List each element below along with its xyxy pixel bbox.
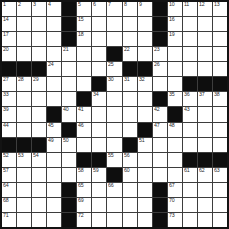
black-cell	[92, 153, 106, 167]
crossword-cell[interactable]	[47, 47, 61, 61]
crossword-cell[interactable]: 12	[198, 2, 212, 16]
crossword-cell[interactable]	[32, 183, 46, 197]
crossword-cell[interactable]: 39	[2, 107, 16, 121]
crossword-cell[interactable]	[17, 32, 31, 46]
black-cell	[62, 213, 76, 227]
crossword-cell[interactable]: 13	[213, 2, 227, 16]
clue-number: 17	[3, 32, 8, 38]
crossword-cell[interactable]	[213, 62, 227, 76]
crossword-cell[interactable]: 10	[168, 2, 182, 16]
crossword-cell[interactable]	[32, 123, 46, 137]
clue-number: 45	[48, 123, 53, 129]
crossword-cell[interactable]	[168, 138, 182, 152]
crossword-cell[interactable]	[138, 168, 152, 182]
crossword-cell[interactable]: 62	[198, 168, 212, 182]
crossword-cell[interactable]	[47, 183, 61, 197]
crossword-cell[interactable]	[183, 47, 197, 61]
crossword-cell[interactable]	[17, 198, 31, 212]
crossword-cell[interactable]: 63	[213, 168, 227, 182]
clue-number: 54	[33, 153, 38, 159]
crossword-cell[interactable]	[47, 168, 61, 182]
crossword-cell[interactable]: 49	[47, 138, 61, 152]
crossword-cell[interactable]	[213, 32, 227, 46]
clue-number: 56	[124, 153, 129, 159]
crossword-cell[interactable]	[168, 153, 182, 167]
clue-number: 31	[124, 77, 129, 83]
clue-number: 2	[18, 2, 21, 8]
clue-number: 6	[93, 2, 96, 8]
black-cell	[153, 17, 167, 31]
crossword-cell[interactable]: 46	[77, 123, 91, 137]
crossword-cell[interactable]	[17, 213, 31, 227]
crossword-cell[interactable]	[183, 62, 197, 76]
crossword-cell[interactable]	[17, 168, 31, 182]
crossword-cell[interactable]: 41	[77, 107, 91, 121]
black-cell	[153, 183, 167, 197]
clue-number: 67	[169, 183, 174, 189]
clue-number: 37	[199, 92, 204, 98]
crossword-cell[interactable]: 69	[77, 198, 91, 212]
crossword-cell[interactable]	[62, 62, 76, 76]
crossword-cell[interactable]: 48	[168, 123, 182, 137]
crossword-cell[interactable]	[213, 138, 227, 152]
crossword-cell[interactable]	[213, 17, 227, 31]
clue-number: 52	[3, 153, 8, 159]
crossword-cell[interactable]: 18	[77, 32, 91, 46]
clue-number: 25	[108, 62, 113, 68]
clue-number: 41	[78, 107, 83, 113]
clue-number: 60	[124, 168, 129, 174]
clue-number: 66	[108, 183, 113, 189]
clue-number: 38	[214, 92, 219, 98]
crossword-cell[interactable]: 71	[2, 213, 16, 227]
crossword-cell[interactable]: 45	[47, 123, 61, 137]
crossword-cell[interactable]	[32, 47, 46, 61]
black-cell	[153, 32, 167, 46]
crossword-cell[interactable]	[17, 47, 31, 61]
crossword-cell[interactable]	[138, 17, 152, 31]
clue-number: 57	[3, 168, 8, 174]
crossword-cell[interactable]	[138, 107, 152, 121]
crossword-cell[interactable]	[213, 107, 227, 121]
crossword-cell[interactable]	[62, 153, 76, 167]
crossword-cell[interactable]: 66	[107, 183, 121, 197]
clue-number: 23	[154, 47, 159, 53]
clue-number: 43	[184, 107, 189, 113]
crossword-cell[interactable]	[77, 47, 91, 61]
crossword-cell[interactable]	[32, 107, 46, 121]
black-cell	[168, 107, 182, 121]
crossword-cell[interactable]	[47, 77, 61, 91]
crossword-cell[interactable]: 67	[168, 183, 182, 197]
clue-number: 53	[18, 153, 23, 159]
black-cell	[62, 123, 76, 137]
crossword-cell[interactable]	[183, 198, 197, 212]
crossword-cell[interactable]	[198, 198, 212, 212]
clue-number: 3	[33, 2, 36, 8]
crossword-cell[interactable]	[183, 138, 197, 152]
crossword-cell[interactable]	[47, 17, 61, 31]
crossword-cell[interactable]	[213, 198, 227, 212]
crossword-cell[interactable]	[138, 32, 152, 46]
crossword-cell[interactable]: 47	[153, 123, 167, 137]
crossword-cell[interactable]: 3	[32, 2, 46, 16]
crossword-cell[interactable]	[107, 138, 121, 152]
clue-number: 24	[48, 62, 53, 68]
crossword-cell[interactable]: 9	[138, 2, 152, 16]
crossword-cell[interactable]	[138, 153, 152, 167]
crossword-cell[interactable]	[17, 107, 31, 121]
crossword-cell[interactable]	[198, 138, 212, 152]
crossword-cell[interactable]	[123, 183, 137, 197]
crossword-cell[interactable]: 61	[183, 168, 197, 182]
crossword-cell[interactable]: 40	[62, 107, 76, 121]
crossword-cell[interactable]: 2	[17, 2, 31, 16]
crossword-cell[interactable]	[107, 123, 121, 137]
crossword-cell[interactable]: 7	[107, 2, 121, 16]
clue-number: 64	[3, 183, 8, 189]
crossword-cell[interactable]	[77, 62, 91, 76]
clue-number: 18	[78, 32, 83, 38]
clue-number: 19	[169, 32, 174, 38]
crossword-cell[interactable]	[32, 213, 46, 227]
crossword-cell[interactable]	[213, 123, 227, 137]
clue-number: 39	[3, 107, 8, 113]
black-cell	[183, 77, 197, 91]
crossword-cell[interactable]	[153, 77, 167, 91]
crossword-cell[interactable]	[183, 183, 197, 197]
crossword-cell[interactable]: 28	[17, 77, 31, 91]
crossword-cell[interactable]: 36	[183, 92, 197, 106]
black-cell	[62, 2, 76, 16]
crossword-cell[interactable]: 59	[92, 168, 106, 182]
crossword-cell[interactable]	[107, 213, 121, 227]
crossword-cell[interactable]: 68	[2, 198, 16, 212]
clue-number: 21	[63, 47, 68, 53]
clue-number: 33	[3, 92, 8, 98]
crossword-cell[interactable]	[123, 92, 137, 106]
black-cell	[153, 92, 167, 106]
black-cell	[198, 153, 212, 167]
crossword-cell[interactable]: 64	[2, 183, 16, 197]
clue-number: 20	[3, 47, 8, 53]
crossword-cell[interactable]	[32, 198, 46, 212]
clue-number: 47	[154, 123, 159, 129]
crossword-cell[interactable]	[92, 123, 106, 137]
clue-number: 1	[3, 2, 6, 8]
crossword-cell[interactable]: 73	[168, 213, 182, 227]
crossword-cell[interactable]	[123, 123, 137, 137]
crossword-cell[interactable]	[168, 77, 182, 91]
clue-number: 68	[3, 198, 8, 204]
crossword-cell[interactable]	[92, 183, 106, 197]
crossword-cell[interactable]	[107, 92, 121, 106]
crossword-cell[interactable]	[62, 92, 76, 106]
crossword-cell[interactable]	[138, 92, 152, 106]
crossword-cell[interactable]: 54	[32, 153, 46, 167]
clue-number: 22	[124, 47, 129, 53]
crossword-cell[interactable]: 53	[17, 153, 31, 167]
crossword-cell[interactable]: 24	[47, 62, 61, 76]
black-cell	[2, 138, 16, 152]
black-cell	[183, 153, 197, 167]
crossword-cell[interactable]: 1	[2, 2, 16, 16]
clue-number: 59	[93, 168, 98, 174]
clue-number: 35	[169, 92, 174, 98]
crossword-cell[interactable]: 34	[92, 92, 106, 106]
crossword-cell[interactable]	[198, 47, 212, 61]
crossword-cell[interactable]: 26	[153, 62, 167, 76]
black-cell	[107, 168, 121, 182]
clue-number: 4	[48, 2, 51, 8]
clue-number: 58	[78, 168, 83, 174]
crossword-cell[interactable]	[47, 153, 61, 167]
crossword-cell[interactable]: 38	[213, 92, 227, 106]
clue-number: 30	[108, 77, 113, 83]
crossword-cell[interactable]: 25	[107, 62, 121, 76]
crossword-cell[interactable]	[62, 77, 76, 91]
clue-number: 8	[124, 2, 127, 8]
black-cell	[62, 198, 76, 212]
clue-number: 40	[63, 107, 68, 113]
crossword-cell[interactable]	[198, 62, 212, 76]
clue-number: 12	[199, 2, 204, 8]
clue-number: 29	[33, 77, 38, 83]
crossword-cell[interactable]	[198, 123, 212, 137]
clue-number: 16	[169, 17, 174, 23]
crossword-cell[interactable]	[123, 198, 137, 212]
crossword-cell[interactable]	[32, 168, 46, 182]
crossword-cell[interactable]	[77, 77, 91, 91]
crossword-cell[interactable]	[198, 17, 212, 31]
crossword-cell[interactable]	[17, 92, 31, 106]
clue-number: 34	[93, 92, 98, 98]
crossword-cell[interactable]: 31	[123, 77, 137, 91]
crossword-cell[interactable]	[123, 32, 137, 46]
clue-number: 73	[169, 213, 174, 219]
crossword-cell[interactable]	[123, 17, 137, 31]
clue-number: 61	[184, 168, 189, 174]
clue-number: 71	[3, 213, 8, 219]
crossword-cell[interactable]	[198, 213, 212, 227]
crossword-cell[interactable]	[123, 107, 137, 121]
crossword-cell[interactable]: 43	[183, 107, 197, 121]
crossword-cell[interactable]	[92, 32, 106, 46]
clue-number: 7	[108, 2, 111, 8]
crossword-cell[interactable]	[107, 17, 121, 31]
clue-number: 13	[214, 2, 219, 8]
crossword-cell[interactable]	[107, 198, 121, 212]
crossword-cell[interactable]	[92, 138, 106, 152]
crossword-cell[interactable]	[213, 47, 227, 61]
crossword-cell[interactable]	[153, 153, 167, 167]
black-cell	[17, 138, 31, 152]
black-cell	[77, 92, 91, 106]
crossword-cell[interactable]: 15	[77, 17, 91, 31]
clue-number: 28	[18, 77, 23, 83]
clue-number: 46	[78, 123, 83, 129]
black-cell	[213, 77, 227, 91]
crossword-cell[interactable]: 17	[2, 32, 16, 46]
black-cell	[198, 77, 212, 91]
crossword-cell[interactable]: 16	[168, 17, 182, 31]
black-cell	[153, 213, 167, 227]
crossword-cell[interactable]	[168, 47, 182, 61]
clue-number: 51	[139, 138, 144, 144]
crossword-cell[interactable]: 19	[168, 32, 182, 46]
black-cell	[47, 107, 61, 121]
clue-number: 65	[78, 183, 83, 189]
crossword-cell[interactable]	[32, 32, 46, 46]
crossword-cell[interactable]: 11	[183, 2, 197, 16]
crossword-cell[interactable]: 35	[168, 92, 182, 106]
black-cell	[107, 47, 121, 61]
crossword-cell[interactable]	[92, 198, 106, 212]
crossword-cell[interactable]	[17, 17, 31, 31]
clue-number: 62	[199, 168, 204, 174]
crossword-cell[interactable]	[47, 198, 61, 212]
crossword-cell[interactable]	[47, 92, 61, 106]
clue-number: 14	[3, 17, 8, 23]
crossword-cell[interactable]: 32	[138, 77, 152, 91]
black-cell	[123, 138, 137, 152]
black-cell	[138, 62, 152, 76]
crossword-cell[interactable]: 6	[92, 2, 106, 16]
crossword-cell[interactable]: 5	[77, 2, 91, 16]
crossword-cell[interactable]	[92, 107, 106, 121]
crossword-cell[interactable]	[153, 168, 167, 182]
crossword-cell[interactable]	[138, 213, 152, 227]
black-cell	[77, 153, 91, 167]
black-cell	[62, 17, 76, 31]
crossword-cell[interactable]	[32, 17, 46, 31]
black-cell	[17, 62, 31, 76]
clue-number: 72	[78, 213, 83, 219]
crossword-cell[interactable]: 44	[2, 123, 16, 137]
crossword-cell[interactable]	[138, 198, 152, 212]
clue-number: 44	[3, 123, 8, 129]
black-cell	[123, 62, 137, 76]
black-cell	[62, 32, 76, 46]
clue-number: 36	[184, 92, 189, 98]
crossword-cell[interactable]: 27	[2, 77, 16, 91]
crossword-cell[interactable]	[168, 62, 182, 76]
clue-number: 11	[184, 2, 189, 8]
black-cell	[62, 183, 76, 197]
crossword-cell[interactable]	[77, 138, 91, 152]
crossword-cell[interactable]: 37	[198, 92, 212, 106]
clue-number: 9	[139, 2, 142, 8]
clue-number: 50	[63, 138, 68, 144]
clue-number: 26	[154, 62, 159, 68]
black-cell	[153, 198, 167, 212]
crossword-cell[interactable]	[153, 138, 167, 152]
crossword-cell[interactable]	[17, 183, 31, 197]
crossword-cell[interactable]: 22	[123, 47, 137, 61]
crossword-cell[interactable]: 58	[77, 168, 91, 182]
crossword-cell[interactable]: 70	[168, 198, 182, 212]
crossword-cell[interactable]: 52	[2, 153, 16, 167]
clue-number: 63	[214, 168, 219, 174]
crossword-cell[interactable]: 56	[123, 153, 137, 167]
clue-number: 32	[139, 77, 144, 83]
black-cell	[2, 62, 16, 76]
crossword-cell[interactable]	[213, 183, 227, 197]
crossword-cell[interactable]	[47, 213, 61, 227]
crossword-grid: 1234567891011121314151617181920212223242…	[0, 0, 229, 229]
crossword-cell[interactable]	[138, 183, 152, 197]
clue-number: 49	[48, 138, 53, 144]
crossword-cell[interactable]	[183, 32, 197, 46]
crossword-cell[interactable]: 55	[107, 153, 121, 167]
black-cell	[153, 2, 167, 16]
crossword-cell[interactable]: 33	[2, 92, 16, 106]
crossword-cell[interactable]: 29	[32, 77, 46, 91]
clue-number: 69	[78, 198, 83, 204]
crossword-cell[interactable]: 21	[62, 47, 76, 61]
crossword-cell[interactable]: 30	[107, 77, 121, 91]
crossword-cell[interactable]: 23	[153, 47, 167, 61]
crossword-cell[interactable]: 60	[123, 168, 137, 182]
crossword-cell[interactable]	[32, 92, 46, 106]
clue-number: 5	[78, 2, 81, 8]
crossword-cell[interactable]: 8	[123, 2, 137, 16]
crossword-cell[interactable]: 72	[77, 213, 91, 227]
crossword-cell[interactable]: 65	[77, 183, 91, 197]
clue-number: 55	[108, 153, 113, 159]
crossword-cell[interactable]	[198, 107, 212, 121]
crossword-cell[interactable]	[198, 183, 212, 197]
crossword-cell[interactable]	[92, 62, 106, 76]
crossword-cell[interactable]	[213, 213, 227, 227]
clue-number: 27	[3, 77, 8, 83]
clue-number: 10	[169, 2, 174, 8]
crossword-cell[interactable]	[183, 17, 197, 31]
crossword-cell[interactable]	[183, 213, 197, 227]
black-cell	[213, 153, 227, 167]
crossword-cell[interactable]	[107, 107, 121, 121]
black-cell	[138, 123, 152, 137]
crossword-cell[interactable]	[47, 32, 61, 46]
crossword-cell[interactable]	[183, 123, 197, 137]
crossword-cell[interactable]: 4	[47, 2, 61, 16]
crossword-cell[interactable]	[107, 32, 121, 46]
crossword-cell[interactable]	[123, 213, 137, 227]
crossword-cell[interactable]	[92, 213, 106, 227]
crossword-cell[interactable]: 51	[138, 138, 152, 152]
crossword-cell[interactable]: 20	[2, 47, 16, 61]
crossword-cell[interactable]	[17, 123, 31, 137]
crossword-cell[interactable]	[138, 47, 152, 61]
clue-number: 42	[154, 107, 159, 113]
black-cell	[92, 77, 106, 91]
crossword-cell[interactable]: 57	[2, 168, 16, 182]
black-cell	[32, 138, 46, 152]
crossword-cell[interactable]	[168, 168, 182, 182]
crossword-cell[interactable]	[198, 32, 212, 46]
crossword-cell[interactable]: 14	[2, 17, 16, 31]
black-cell	[32, 62, 46, 76]
crossword-cell[interactable]: 50	[62, 138, 76, 152]
crossword-cell[interactable]	[92, 17, 106, 31]
clue-number: 48	[169, 123, 174, 129]
crossword-cell[interactable]	[92, 47, 106, 61]
crossword-cell[interactable]: 42	[153, 107, 167, 121]
clue-number: 70	[169, 198, 174, 204]
clue-number: 15	[78, 17, 83, 23]
crossword-cell[interactable]	[62, 168, 76, 182]
